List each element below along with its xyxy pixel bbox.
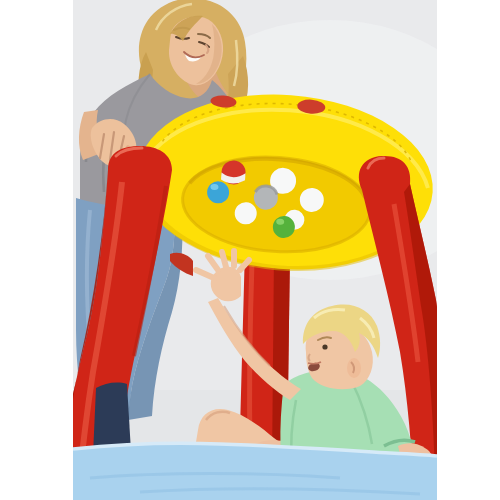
right-margin <box>437 0 500 500</box>
product-photo <box>0 0 500 500</box>
left-margin <box>0 0 73 500</box>
pool-base <box>73 443 437 500</box>
child-head <box>303 305 380 390</box>
child-eye <box>322 344 327 349</box>
screenshot <box>0 0 500 500</box>
